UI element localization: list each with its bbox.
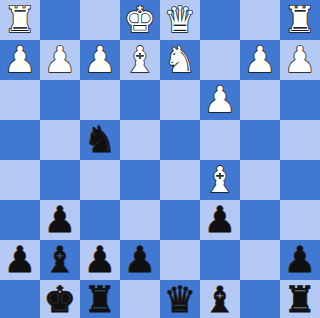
square-a5[interactable] <box>280 160 320 200</box>
piece-black-rook[interactable]: ♜ <box>84 280 116 318</box>
square-a1[interactable]: ♜ <box>280 0 320 40</box>
piece-white-rook[interactable]: ♜ <box>4 0 36 40</box>
square-a7[interactable]: ♟ <box>280 240 320 280</box>
square-c7[interactable] <box>200 240 240 280</box>
piece-black-bishop[interactable]: ♝ <box>44 240 76 280</box>
square-g8[interactable]: ♚ <box>40 280 80 318</box>
square-b4[interactable] <box>240 120 280 160</box>
square-c5[interactable]: ♝ <box>200 160 240 200</box>
square-g2[interactable]: ♟ <box>40 40 80 80</box>
square-h2[interactable]: ♟ <box>0 40 40 80</box>
square-c6[interactable]: ♟ <box>200 200 240 240</box>
square-f1[interactable] <box>80 0 120 40</box>
square-e2[interactable]: ♝ <box>120 40 160 80</box>
square-e3[interactable] <box>120 80 160 120</box>
square-g6[interactable]: ♟ <box>40 200 80 240</box>
square-a4[interactable] <box>280 120 320 160</box>
square-a8[interactable]: ♜ <box>280 280 320 318</box>
square-f8[interactable]: ♜ <box>80 280 120 318</box>
piece-white-pawn[interactable]: ♟ <box>84 40 116 80</box>
piece-black-bishop[interactable]: ♝ <box>204 280 236 318</box>
square-a3[interactable] <box>280 80 320 120</box>
square-e5[interactable] <box>120 160 160 200</box>
square-b5[interactable] <box>240 160 280 200</box>
square-f4[interactable]: ♞ <box>80 120 120 160</box>
piece-black-pawn[interactable]: ♟ <box>4 240 36 280</box>
piece-white-pawn[interactable]: ♟ <box>44 40 76 80</box>
square-f7[interactable]: ♟ <box>80 240 120 280</box>
square-c4[interactable] <box>200 120 240 160</box>
square-d3[interactable] <box>160 80 200 120</box>
piece-white-pawn[interactable]: ♟ <box>204 80 236 120</box>
square-d7[interactable] <box>160 240 200 280</box>
square-b2[interactable]: ♟ <box>240 40 280 80</box>
piece-white-bishop[interactable]: ♝ <box>204 160 236 200</box>
square-h8[interactable] <box>0 280 40 318</box>
square-c1[interactable] <box>200 0 240 40</box>
square-d2[interactable]: ♞ <box>160 40 200 80</box>
piece-black-knight[interactable]: ♞ <box>84 120 116 160</box>
piece-white-pawn[interactable]: ♟ <box>244 40 276 80</box>
square-h4[interactable] <box>0 120 40 160</box>
square-f2[interactable]: ♟ <box>80 40 120 80</box>
square-h7[interactable]: ♟ <box>0 240 40 280</box>
square-b3[interactable] <box>240 80 280 120</box>
piece-black-queen[interactable]: ♛ <box>164 280 196 318</box>
square-g1[interactable] <box>40 0 80 40</box>
square-e8[interactable] <box>120 280 160 318</box>
piece-black-pawn[interactable]: ♟ <box>284 240 316 280</box>
piece-black-pawn[interactable]: ♟ <box>124 240 156 280</box>
square-h5[interactable] <box>0 160 40 200</box>
square-g3[interactable] <box>40 80 80 120</box>
square-e7[interactable]: ♟ <box>120 240 160 280</box>
square-c2[interactable] <box>200 40 240 80</box>
piece-white-rook[interactable]: ♜ <box>284 0 316 40</box>
square-c3[interactable]: ♟ <box>200 80 240 120</box>
piece-white-bishop[interactable]: ♝ <box>124 40 156 80</box>
square-h6[interactable] <box>0 200 40 240</box>
square-h3[interactable] <box>0 80 40 120</box>
square-a2[interactable]: ♟ <box>280 40 320 80</box>
square-g7[interactable]: ♝ <box>40 240 80 280</box>
square-f5[interactable] <box>80 160 120 200</box>
piece-black-rook[interactable]: ♜ <box>284 280 316 318</box>
piece-white-pawn[interactable]: ♟ <box>4 40 36 80</box>
piece-black-pawn[interactable]: ♟ <box>204 200 236 240</box>
square-d6[interactable] <box>160 200 200 240</box>
square-f3[interactable] <box>80 80 120 120</box>
square-b7[interactable] <box>240 240 280 280</box>
square-f6[interactable] <box>80 200 120 240</box>
square-b8[interactable] <box>240 280 280 318</box>
square-b6[interactable] <box>240 200 280 240</box>
piece-white-pawn[interactable]: ♟ <box>284 40 316 80</box>
piece-white-knight[interactable]: ♞ <box>164 40 196 80</box>
square-b1[interactable] <box>240 0 280 40</box>
square-d4[interactable] <box>160 120 200 160</box>
square-e4[interactable] <box>120 120 160 160</box>
piece-black-king[interactable]: ♚ <box>44 280 76 318</box>
chess-board: ♜♚♛♜♟♟♟♝♞♟♟♟♞♝♟♟♟♝♟♟♟♚♜♛♝♜ <box>0 0 320 318</box>
square-h1[interactable]: ♜ <box>0 0 40 40</box>
square-e6[interactable] <box>120 200 160 240</box>
square-d5[interactable] <box>160 160 200 200</box>
square-d1[interactable]: ♛ <box>160 0 200 40</box>
piece-white-king[interactable]: ♚ <box>124 0 156 40</box>
square-e1[interactable]: ♚ <box>120 0 160 40</box>
square-a6[interactable] <box>280 200 320 240</box>
square-c8[interactable]: ♝ <box>200 280 240 318</box>
square-d8[interactable]: ♛ <box>160 280 200 318</box>
piece-black-pawn[interactable]: ♟ <box>84 240 116 280</box>
square-g5[interactable] <box>40 160 80 200</box>
square-g4[interactable] <box>40 120 80 160</box>
piece-white-queen[interactable]: ♛ <box>164 0 196 40</box>
piece-black-pawn[interactable]: ♟ <box>44 200 76 240</box>
